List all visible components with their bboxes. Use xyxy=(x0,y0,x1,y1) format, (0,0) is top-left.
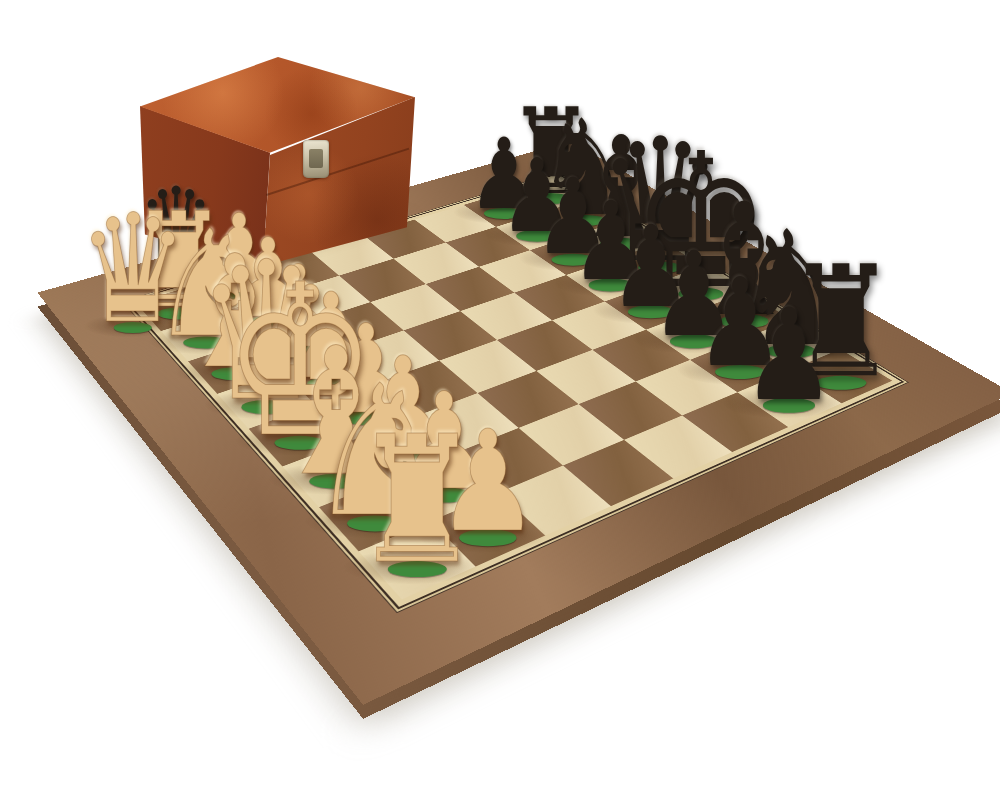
scene: ♜♞♝♛♚♝♞♜♟♟♟♟♟♟♟♟♟♟♟♟♟♟♟♟♜♞♝♛♚♝♞♜♛♛ xyxy=(0,0,1000,800)
white-rook-icon: ♜ xyxy=(353,417,482,584)
pieces-layer: ♜♞♝♛♚♝♞♜♟♟♟♟♟♟♟♟♟♟♟♟♟♟♟♟♜♞♝♛♚♝♞♜♛♛ xyxy=(0,0,1000,800)
black-pawn-icon: ♟ xyxy=(743,295,836,416)
